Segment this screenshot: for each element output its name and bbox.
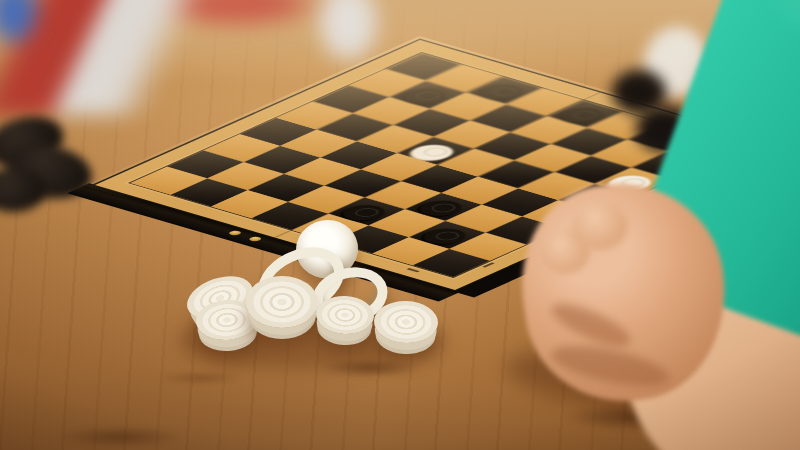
- knuckle: [572, 202, 628, 250]
- brass-hinge-icon: [247, 236, 263, 242]
- brass-hinge-icon: [227, 230, 243, 236]
- white-checker-pile: [246, 276, 318, 328]
- photo-scene: ●●●●●●●●●: [0, 0, 800, 450]
